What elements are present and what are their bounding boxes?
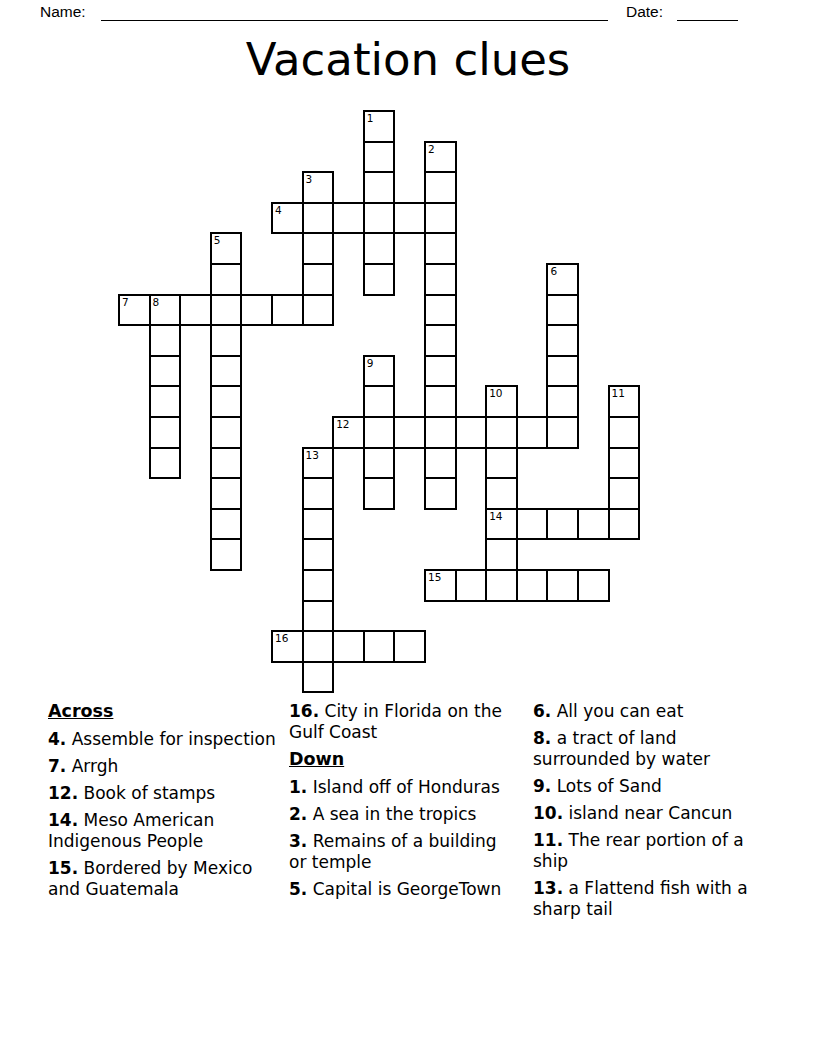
grid-cell[interactable] <box>424 355 457 388</box>
date-input-line[interactable] <box>677 3 738 21</box>
down-clue-10: 10. island near Cancun <box>533 803 763 824</box>
grid-cell[interactable] <box>210 416 243 449</box>
grid-cell[interactable]: 6 <box>546 263 579 296</box>
grid-cell[interactable]: 11 <box>608 385 641 418</box>
across-clue-15: 15. Bordered by Mexico and Guatemala <box>48 858 282 900</box>
clue-number: 16 <box>275 632 288 644</box>
grid-cell[interactable]: 1 <box>363 110 396 143</box>
across-clue-4: 4. Assemble for inspection <box>48 729 282 750</box>
puzzle-title: Vacation clues <box>0 33 816 86</box>
grid-cell[interactable] <box>393 202 426 235</box>
down-heading: Down <box>289 749 506 770</box>
grid-cell[interactable] <box>546 294 579 327</box>
grid-cell[interactable] <box>393 630 426 663</box>
grid-cell[interactable] <box>455 569 488 602</box>
grid-cell[interactable] <box>210 477 243 510</box>
grid-cell[interactable] <box>302 232 335 265</box>
across-clue-14: 14. Meso American Indigenous People <box>48 810 282 852</box>
grid-cell[interactable] <box>485 416 518 449</box>
grid-cell[interactable] <box>302 661 335 694</box>
grid-cell[interactable] <box>577 508 610 541</box>
grid-cell[interactable]: 10 <box>485 385 518 418</box>
grid-cell[interactable] <box>149 385 182 418</box>
down-clue-9: 9. Lots of Sand <box>533 776 763 797</box>
name-label: Name: <box>40 3 86 21</box>
grid-cell[interactable]: 2 <box>424 141 457 174</box>
grid-cell[interactable] <box>424 202 457 235</box>
grid-cell[interactable] <box>302 600 335 633</box>
crossword-grid: 12345678910111213141516 <box>118 110 641 694</box>
grid-cell[interactable] <box>271 294 304 327</box>
grid-cell[interactable] <box>546 324 579 357</box>
grid-cell[interactable] <box>424 294 457 327</box>
grid-cell[interactable] <box>332 202 365 235</box>
grid-cell[interactable] <box>546 569 579 602</box>
grid-cell[interactable] <box>363 630 396 663</box>
grid-cell[interactable] <box>302 202 335 235</box>
grid-cell[interactable] <box>424 416 457 449</box>
clue-number: 10 <box>489 387 502 399</box>
grid-cell[interactable] <box>455 416 488 449</box>
grid-cell[interactable] <box>516 508 549 541</box>
clue-number: 1 <box>367 112 374 124</box>
grid-cell[interactable] <box>210 355 243 388</box>
clue-number: 12 <box>336 418 349 430</box>
grid-cell[interactable] <box>546 508 579 541</box>
name-input-line[interactable] <box>101 3 608 21</box>
grid-cell[interactable]: 14 <box>485 508 518 541</box>
grid-cell[interactable] <box>363 141 396 174</box>
grid-cell[interactable] <box>424 232 457 265</box>
grid-cell[interactable] <box>363 416 396 449</box>
grid-cell[interactable] <box>424 263 457 296</box>
down-clue-13: 13. a Flattend fish with a sharp tail <box>533 878 763 920</box>
grid-cell[interactable] <box>240 294 273 327</box>
grid-cell[interactable] <box>210 538 243 571</box>
grid-cell[interactable] <box>302 630 335 663</box>
grid-cell[interactable]: 16 <box>271 630 304 663</box>
grid-cell[interactable]: 3 <box>302 171 335 204</box>
grid-cell[interactable] <box>363 171 396 204</box>
clue-number: 6 <box>550 265 557 277</box>
clue-number: 7 <box>122 296 129 308</box>
grid-cell[interactable]: 8 <box>149 294 182 327</box>
grid-cell[interactable] <box>332 630 365 663</box>
grid-cell[interactable] <box>179 294 212 327</box>
grid-cell[interactable] <box>363 385 396 418</box>
clue-number: 14 <box>489 510 502 522</box>
grid-cell[interactable] <box>485 477 518 510</box>
grid-cell[interactable] <box>577 569 610 602</box>
grid-cell[interactable] <box>363 477 396 510</box>
clue-number: 5 <box>214 234 221 246</box>
grid-cell[interactable] <box>608 416 641 449</box>
down-clue-6: 6. All you can eat <box>533 701 763 722</box>
grid-cell[interactable] <box>516 416 549 449</box>
grid-cell[interactable] <box>608 508 641 541</box>
grid-cell[interactable] <box>485 569 518 602</box>
clue-column-3: 6. All you can eat8. a tract of land sur… <box>533 701 763 926</box>
grid-cell[interactable]: 5 <box>210 232 243 265</box>
grid-cell[interactable] <box>302 294 335 327</box>
clue-number: 2 <box>428 143 435 155</box>
grid-cell[interactable]: 13 <box>302 447 335 480</box>
across-clue-16: 16. City in Florida on the Gulf Coast <box>289 701 506 743</box>
down-clue-1: 1. Island off of Honduras <box>289 777 506 798</box>
grid-cell[interactable] <box>608 447 641 480</box>
clue-column-1: Across4. Assemble for inspection7. Arrgh… <box>48 701 282 906</box>
across-heading: Across <box>48 701 282 722</box>
grid-cell[interactable] <box>424 447 457 480</box>
clue-number: 13 <box>306 449 319 461</box>
clue-number: 15 <box>428 571 441 583</box>
grid-cell[interactable] <box>149 416 182 449</box>
worksheet-page: Name: Date: Vacation clues 1234567891011… <box>0 0 816 1056</box>
grid-cell[interactable] <box>149 355 182 388</box>
grid-cell[interactable] <box>210 385 243 418</box>
clue-number: 3 <box>306 173 313 185</box>
grid-cell[interactable] <box>608 477 641 510</box>
date-label: Date: <box>626 3 663 21</box>
clue-number: 4 <box>275 204 282 216</box>
grid-cell[interactable] <box>210 263 243 296</box>
grid-cell[interactable] <box>424 324 457 357</box>
grid-cell[interactable] <box>485 447 518 480</box>
grid-cell[interactable] <box>149 447 182 480</box>
across-clue-7: 7. Arrgh <box>48 756 282 777</box>
grid-cell[interactable] <box>424 385 457 418</box>
grid-cell[interactable] <box>302 263 335 296</box>
grid-cell[interactable] <box>546 416 579 449</box>
grid-cell[interactable] <box>302 569 335 602</box>
grid-cell[interactable] <box>485 538 518 571</box>
grid-cell[interactable] <box>210 508 243 541</box>
grid-cell[interactable] <box>546 355 579 388</box>
down-clue-3: 3. Remains of a building or temple <box>289 831 506 873</box>
grid-cell[interactable] <box>302 477 335 510</box>
grid-cell[interactable] <box>210 294 243 327</box>
clue-column-2: 16. City in Florida on the Gulf CoastDow… <box>289 701 506 906</box>
grid-cell[interactable] <box>302 508 335 541</box>
grid-cell[interactable] <box>424 477 457 510</box>
grid-cell[interactable]: 9 <box>363 355 396 388</box>
grid-cell[interactable] <box>363 202 396 235</box>
grid-cell[interactable] <box>149 324 182 357</box>
down-clue-11: 11. The rear portion of a ship <box>533 830 763 872</box>
grid-cell[interactable]: 12 <box>332 416 365 449</box>
grid-cell[interactable] <box>363 232 396 265</box>
grid-cell[interactable] <box>424 171 457 204</box>
grid-cell[interactable] <box>210 324 243 357</box>
clue-number: 8 <box>153 296 160 308</box>
grid-cell[interactable] <box>302 538 335 571</box>
clue-number: 11 <box>612 387 625 399</box>
across-clue-12: 12. Book of stamps <box>48 783 282 804</box>
down-clue-2: 2. A sea in the tropics <box>289 804 506 825</box>
grid-cell[interactable]: 4 <box>271 202 304 235</box>
grid-cell[interactable] <box>210 447 243 480</box>
grid-cell[interactable]: 7 <box>118 294 151 327</box>
grid-cell[interactable] <box>393 416 426 449</box>
grid-cell[interactable] <box>363 263 396 296</box>
grid-cell[interactable] <box>363 447 396 480</box>
grid-cell[interactable] <box>546 385 579 418</box>
grid-cell[interactable] <box>516 569 549 602</box>
grid-cell[interactable]: 15 <box>424 569 457 602</box>
clue-number: 9 <box>367 357 374 369</box>
down-clue-5: 5. Capital is GeorgeTown <box>289 879 506 900</box>
down-clue-8: 8. a tract of land surrounded by water <box>533 728 763 770</box>
